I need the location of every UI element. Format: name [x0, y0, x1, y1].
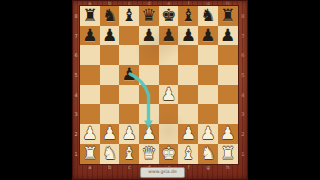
black-queen-icon[interactable]: ♛ — [141, 7, 156, 24]
coordinate-label: 1 — [72, 144, 80, 164]
coordinate-label: b — [100, 164, 120, 171]
square-d3[interactable] — [139, 104, 159, 124]
white-knight-icon[interactable]: ♞ — [200, 145, 215, 162]
coordinate-label: 2 — [238, 124, 248, 144]
coordinate-label: c — [119, 164, 139, 171]
square-g4[interactable] — [198, 85, 218, 105]
square-b7[interactable]: ♟ — [100, 26, 120, 46]
square-h5[interactable] — [218, 65, 238, 85]
white-king-icon[interactable]: ♚ — [161, 145, 176, 162]
square-a6[interactable] — [80, 45, 100, 65]
square-c3[interactable] — [119, 104, 139, 124]
rank-labels-right: 87654321 — [238, 6, 248, 164]
square-f4[interactable] — [178, 85, 198, 105]
black-pawn-icon[interactable]: ♟ — [82, 27, 97, 44]
square-g2[interactable]: ♟ — [198, 124, 218, 144]
coordinate-label: 1 — [238, 144, 248, 164]
black-pawn-icon[interactable]: ♟ — [220, 27, 235, 44]
coordinate-label: 5 — [72, 65, 80, 85]
black-knight-icon[interactable]: ♞ — [200, 7, 215, 24]
square-c7[interactable] — [119, 26, 139, 46]
square-e1[interactable]: ♚ — [159, 144, 179, 164]
square-f5[interactable] — [178, 65, 198, 85]
white-pawn-icon[interactable]: ♟ — [141, 125, 156, 142]
square-f1[interactable]: ♝ — [178, 144, 198, 164]
coordinate-label: 5 — [238, 65, 248, 85]
square-h6[interactable] — [218, 45, 238, 65]
square-e4[interactable]: ♟ — [159, 85, 179, 105]
square-b5[interactable] — [100, 65, 120, 85]
square-d4[interactable] — [139, 85, 159, 105]
coordinate-label: 8 — [72, 6, 80, 26]
chess-board[interactable]: ♜♞♝♛♚♝♞♜♟♟♟♟♟♟♟♟♟♟♟♟♟♟♟♟♜♞♝♛♚♝♞♜ — [80, 6, 238, 164]
square-c8[interactable]: ♝ — [119, 6, 139, 26]
square-d6[interactable] — [139, 45, 159, 65]
white-pawn-icon[interactable]: ♟ — [181, 125, 196, 142]
square-e8[interactable]: ♚ — [159, 6, 179, 26]
square-f7[interactable]: ♟ — [178, 26, 198, 46]
square-c2[interactable]: ♟ — [119, 124, 139, 144]
chess-board-frame: abcdefgh abcdefgh 87654321 87654321 ♜♞♝♛… — [72, 0, 248, 180]
white-pawn-icon[interactable]: ♟ — [82, 125, 97, 142]
white-bishop-icon[interactable]: ♝ — [181, 145, 196, 162]
square-h4[interactable] — [218, 85, 238, 105]
square-a7[interactable]: ♟ — [80, 26, 100, 46]
square-g6[interactable] — [198, 45, 218, 65]
square-c5[interactable]: ♟ — [119, 65, 139, 85]
coordinate-label: 4 — [238, 85, 248, 105]
coordinate-label: g — [198, 164, 218, 171]
square-f2[interactable]: ♟ — [178, 124, 198, 144]
square-c6[interactable] — [119, 45, 139, 65]
black-pawn-icon[interactable]: ♟ — [141, 27, 156, 44]
square-a5[interactable] — [80, 65, 100, 85]
white-pawn-icon[interactable]: ♟ — [122, 125, 137, 142]
square-d5[interactable] — [139, 65, 159, 85]
square-g8[interactable]: ♞ — [198, 6, 218, 26]
square-a4[interactable] — [80, 85, 100, 105]
white-rook-icon[interactable]: ♜ — [82, 145, 97, 162]
coordinate-label: 3 — [238, 105, 248, 125]
black-pawn-icon[interactable]: ♟ — [161, 27, 176, 44]
video-frame: abcdefgh abcdefgh 87654321 87654321 ♜♞♝♛… — [0, 0, 320, 180]
square-e5[interactable] — [159, 65, 179, 85]
square-d2[interactable]: ♟ — [139, 124, 159, 144]
square-b2[interactable]: ♟ — [100, 124, 120, 144]
square-d8[interactable]: ♛ — [139, 6, 159, 26]
black-pawn-icon[interactable]: ♟ — [122, 66, 137, 83]
black-pawn-icon[interactable]: ♟ — [102, 27, 117, 44]
square-h8[interactable]: ♜ — [218, 6, 238, 26]
black-rook-icon[interactable]: ♜ — [220, 7, 235, 24]
square-b4[interactable] — [100, 85, 120, 105]
square-b6[interactable] — [100, 45, 120, 65]
white-pawn-icon[interactable]: ♟ — [220, 125, 235, 142]
black-rook-icon[interactable]: ♜ — [82, 7, 97, 24]
square-a8[interactable]: ♜ — [80, 6, 100, 26]
square-a1[interactable]: ♜ — [80, 144, 100, 164]
square-d7[interactable]: ♟ — [139, 26, 159, 46]
square-f6[interactable] — [178, 45, 198, 65]
coordinate-label: 3 — [72, 105, 80, 125]
white-knight-icon[interactable]: ♞ — [102, 145, 117, 162]
square-d1[interactable]: ♛ — [139, 144, 159, 164]
coordinate-label: 6 — [72, 45, 80, 65]
black-bishop-icon[interactable]: ♝ — [181, 7, 196, 24]
coordinate-label: 2 — [72, 124, 80, 144]
square-h7[interactable]: ♟ — [218, 26, 238, 46]
square-e6[interactable] — [159, 45, 179, 65]
black-pawn-icon[interactable]: ♟ — [200, 27, 215, 44]
square-c4[interactable] — [119, 85, 139, 105]
square-a3[interactable] — [80, 104, 100, 124]
coordinate-label: 7 — [72, 26, 80, 46]
square-g7[interactable]: ♟ — [198, 26, 218, 46]
square-e7[interactable]: ♟ — [159, 26, 179, 46]
square-h3[interactable] — [218, 104, 238, 124]
square-c1[interactable]: ♝ — [119, 144, 139, 164]
square-g3[interactable] — [198, 104, 218, 124]
white-pawn-icon[interactable]: ♟ — [161, 86, 176, 103]
coordinate-label: 6 — [238, 45, 248, 65]
white-pawn-icon[interactable]: ♟ — [200, 125, 215, 142]
square-e3[interactable] — [159, 104, 179, 124]
rank-labels-left: 87654321 — [72, 6, 80, 164]
square-g5[interactable] — [198, 65, 218, 85]
square-e2[interactable] — [159, 124, 179, 144]
square-h1[interactable]: ♜ — [218, 144, 238, 164]
white-bishop-icon[interactable]: ♝ — [122, 145, 137, 162]
square-a2[interactable]: ♟ — [80, 124, 100, 144]
square-g1[interactable]: ♞ — [198, 144, 218, 164]
white-rook-icon[interactable]: ♜ — [220, 145, 235, 162]
black-bishop-icon[interactable]: ♝ — [122, 7, 137, 24]
watermark-label: www.gsia.de — [140, 167, 185, 178]
coordinate-label: 8 — [238, 6, 248, 26]
black-pawn-icon[interactable]: ♟ — [181, 27, 196, 44]
square-b1[interactable]: ♞ — [100, 144, 120, 164]
black-knight-icon[interactable]: ♞ — [102, 7, 117, 24]
square-f3[interactable] — [178, 104, 198, 124]
square-h2[interactable]: ♟ — [218, 124, 238, 144]
square-b8[interactable]: ♞ — [100, 6, 120, 26]
coordinate-label: a — [80, 164, 100, 171]
square-b3[interactable] — [100, 104, 120, 124]
coordinate-label: 7 — [238, 26, 248, 46]
white-queen-icon[interactable]: ♛ — [141, 145, 156, 162]
square-f8[interactable]: ♝ — [178, 6, 198, 26]
coordinate-label: 4 — [72, 85, 80, 105]
white-pawn-icon[interactable]: ♟ — [102, 125, 117, 142]
coordinate-label: h — [218, 164, 238, 171]
black-king-icon[interactable]: ♚ — [161, 7, 176, 24]
